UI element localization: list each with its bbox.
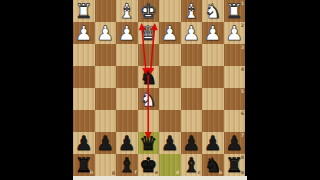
square-h3[interactable]: [73, 44, 95, 66]
white-king: ♚: [138, 0, 160, 22]
square-g2[interactable]: ♟: [95, 22, 117, 44]
square-b1[interactable]: ♞: [202, 0, 224, 22]
square-c7[interactable]: ♟: [181, 132, 203, 154]
square-h7[interactable]: ♟: [73, 132, 95, 154]
rank-label-2: 2: [241, 23, 244, 28]
white-pawn: ♟: [73, 22, 95, 44]
square-e2[interactable]: ♛: [138, 22, 160, 44]
file-label-d: d: [176, 170, 179, 175]
square-e3[interactable]: [138, 44, 160, 66]
chess-board[interactable]: ♜♝♚♝♞♜1♟♟♟♛♟♟♟♟23♞4♞56♟♟♟♛♟♟♟♟7♜hg♝f♚ed♝…: [73, 0, 245, 176]
file-label-f: f: [134, 170, 136, 175]
square-h2[interactable]: ♟: [73, 22, 95, 44]
square-e6[interactable]: [138, 110, 160, 132]
rank-label-5: 5: [241, 89, 244, 94]
square-h6[interactable]: [73, 110, 95, 132]
white-knight: ♞: [138, 88, 160, 110]
square-c3[interactable]: [181, 44, 203, 66]
white-bishop: ♝: [116, 0, 138, 22]
square-g1[interactable]: [95, 0, 117, 22]
square-d6[interactable]: [159, 110, 181, 132]
black-pawn: ♟: [95, 132, 117, 154]
white-rook: ♜: [73, 0, 95, 22]
square-f1[interactable]: ♝: [116, 0, 138, 22]
square-h8[interactable]: ♜h: [73, 154, 95, 176]
file-label-a: a: [241, 170, 244, 175]
square-a6[interactable]: 6: [224, 110, 246, 132]
square-f7[interactable]: ♟: [116, 132, 138, 154]
square-c8[interactable]: ♝c: [181, 154, 203, 176]
square-f8[interactable]: ♝f: [116, 154, 138, 176]
white-knight: ♞: [202, 0, 224, 22]
white-pawn: ♟: [202, 22, 224, 44]
square-f4[interactable]: [116, 66, 138, 88]
square-b7[interactable]: ♟: [202, 132, 224, 154]
square-a4[interactable]: 4: [224, 66, 246, 88]
square-h1[interactable]: ♜: [73, 0, 95, 22]
square-b5[interactable]: [202, 88, 224, 110]
square-h5[interactable]: [73, 88, 95, 110]
white-pawn: ♟: [181, 22, 203, 44]
square-b3[interactable]: [202, 44, 224, 66]
square-e1[interactable]: ♚: [138, 0, 160, 22]
file-label-h: h: [90, 170, 93, 175]
letterbox-left: [0, 0, 73, 180]
white-bishop: ♝: [181, 0, 203, 22]
black-pawn: ♟: [73, 132, 95, 154]
file-label-c: c: [198, 170, 201, 175]
square-d2[interactable]: ♟: [159, 22, 181, 44]
black-pawn: ♟: [116, 132, 138, 154]
square-a3[interactable]: 3: [224, 44, 246, 66]
square-f2[interactable]: ♟: [116, 22, 138, 44]
square-f5[interactable]: [116, 88, 138, 110]
square-g4[interactable]: [95, 66, 117, 88]
square-e7[interactable]: ♛: [138, 132, 160, 154]
square-g5[interactable]: [95, 88, 117, 110]
square-d3[interactable]: [159, 44, 181, 66]
square-g6[interactable]: [95, 110, 117, 132]
board-bottom-strip: [73, 176, 247, 180]
square-d4[interactable]: [159, 66, 181, 88]
square-f3[interactable]: [116, 44, 138, 66]
black-knight: ♞: [138, 66, 160, 88]
square-e8[interactable]: ♚e: [138, 154, 160, 176]
square-d7[interactable]: ♟: [159, 132, 181, 154]
square-e5[interactable]: ♞: [138, 88, 160, 110]
square-d5[interactable]: [159, 88, 181, 110]
rank-label-1: 1: [241, 1, 244, 6]
square-g8[interactable]: g: [95, 154, 117, 176]
rank-label-8: 8: [241, 155, 244, 160]
video-frame: ♜♝♚♝♞♜1♟♟♟♛♟♟♟♟23♞4♞56♟♟♟♛♟♟♟♟7♜hg♝f♚ed♝…: [0, 0, 320, 180]
white-pawn: ♟: [159, 22, 181, 44]
square-c5[interactable]: [181, 88, 203, 110]
square-a8[interactable]: ♜8a: [224, 154, 246, 176]
square-a1[interactable]: ♜1: [224, 0, 246, 22]
square-d1[interactable]: [159, 0, 181, 22]
file-label-b: b: [219, 170, 222, 175]
square-c1[interactable]: ♝: [181, 0, 203, 22]
square-b2[interactable]: ♟: [202, 22, 224, 44]
square-a7[interactable]: ♟7: [224, 132, 246, 154]
black-queen: ♛: [138, 132, 160, 154]
square-a5[interactable]: 5: [224, 88, 246, 110]
rank-label-4: 4: [241, 67, 244, 72]
square-g3[interactable]: [95, 44, 117, 66]
square-b6[interactable]: [202, 110, 224, 132]
square-d8[interactable]: d: [159, 154, 181, 176]
square-c4[interactable]: [181, 66, 203, 88]
square-b8[interactable]: ♞b: [202, 154, 224, 176]
square-a2[interactable]: ♟2: [224, 22, 246, 44]
square-c2[interactable]: ♟: [181, 22, 203, 44]
black-pawn: ♟: [159, 132, 181, 154]
rank-label-3: 3: [241, 45, 244, 50]
black-pawn: ♟: [181, 132, 203, 154]
letterbox-right: [247, 0, 320, 180]
square-h4[interactable]: [73, 66, 95, 88]
square-g7[interactable]: ♟: [95, 132, 117, 154]
white-pawn: ♟: [116, 22, 138, 44]
square-c6[interactable]: [181, 110, 203, 132]
black-pawn: ♟: [202, 132, 224, 154]
file-label-g: g: [112, 170, 115, 175]
rank-label-6: 6: [241, 111, 244, 116]
rank-label-7: 7: [241, 133, 244, 138]
file-label-e: e: [155, 170, 158, 175]
white-queen: ♛: [138, 22, 160, 44]
square-f6[interactable]: [116, 110, 138, 132]
square-b4[interactable]: [202, 66, 224, 88]
square-e4[interactable]: ♞: [138, 66, 160, 88]
white-pawn: ♟: [95, 22, 117, 44]
